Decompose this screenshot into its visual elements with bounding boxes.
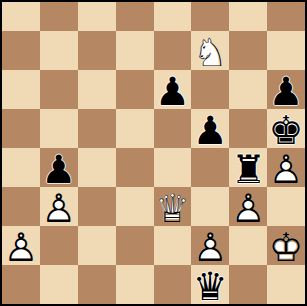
square-c2[interactable] [78, 226, 116, 265]
white-pawn-outline-glyph: ♙ [41, 189, 76, 228]
square-b5[interactable] [40, 109, 78, 148]
square-d3[interactable] [116, 187, 154, 226]
square-b2[interactable] [40, 226, 78, 265]
black-pawn-glyph: ♟ [193, 111, 228, 150]
square-f3[interactable] [191, 187, 229, 226]
square-h5[interactable]: ♚ [267, 109, 305, 148]
square-f2[interactable]: ♟♙ [191, 226, 229, 265]
square-b3[interactable]: ♟♙ [40, 187, 78, 226]
square-g3[interactable]: ♟♙ [229, 187, 267, 226]
square-c7[interactable] [78, 31, 116, 70]
square-f6[interactable] [191, 70, 229, 109]
white-knight-piece[interactable]: ♞♘ [191, 31, 229, 70]
square-f1[interactable]: ♛ [191, 265, 229, 304]
square-g2[interactable] [229, 226, 267, 265]
white-pawn-outline-glyph: ♙ [193, 228, 228, 267]
white-pawn-outline-glyph: ♙ [3, 228, 38, 267]
black-rook-piece[interactable]: ♜ [229, 148, 267, 187]
white-king-outline-glyph: ♔ [269, 228, 304, 267]
square-b4[interactable]: ♟ [40, 148, 78, 187]
square-c8[interactable] [78, 2, 116, 31]
black-pawn-glyph: ♟ [41, 150, 76, 189]
square-h3[interactable] [267, 187, 305, 226]
square-d4[interactable] [116, 148, 154, 187]
square-g4[interactable]: ♜ [229, 148, 267, 187]
white-pawn-piece[interactable]: ♟♙ [267, 148, 305, 187]
square-d5[interactable] [116, 109, 154, 148]
square-e4[interactable] [154, 148, 192, 187]
black-king-glyph: ♚ [269, 111, 304, 150]
white-queen-outline-glyph: ♕ [155, 189, 190, 228]
white-knight-outline-glyph: ♘ [193, 33, 228, 72]
square-h1[interactable] [267, 265, 305, 304]
square-d8[interactable] [116, 2, 154, 31]
square-e3[interactable]: ♛♕ [154, 187, 192, 226]
square-d2[interactable] [116, 226, 154, 265]
square-a5[interactable] [2, 109, 40, 148]
square-c6[interactable] [78, 70, 116, 109]
square-e7[interactable] [154, 31, 192, 70]
white-pawn-piece[interactable]: ♟♙ [191, 226, 229, 265]
black-pawn-piece[interactable]: ♟ [40, 148, 78, 187]
square-h6[interactable]: ♟ [267, 70, 305, 109]
square-d7[interactable] [116, 31, 154, 70]
square-e1[interactable] [154, 265, 192, 304]
square-h4[interactable]: ♟♙ [267, 148, 305, 187]
white-pawn-piece[interactable]: ♟♙ [2, 226, 40, 265]
square-g8[interactable] [229, 2, 267, 31]
black-queen-glyph: ♛ [193, 267, 228, 306]
square-e2[interactable] [154, 226, 192, 265]
square-d6[interactable] [116, 70, 154, 109]
square-c5[interactable] [78, 109, 116, 148]
black-queen-piece[interactable]: ♛ [191, 265, 229, 304]
square-e6[interactable]: ♟ [154, 70, 192, 109]
square-a1[interactable] [2, 265, 40, 304]
square-g6[interactable] [229, 70, 267, 109]
black-pawn-glyph: ♟ [269, 72, 304, 111]
white-pawn-piece[interactable]: ♟♙ [40, 187, 78, 226]
square-c4[interactable] [78, 148, 116, 187]
chess-board: ♞♘♟♟♟♚♟♜♟♙♟♙♛♕♟♙♟♙♟♙♚♔♛ [0, 0, 307, 306]
square-e5[interactable] [154, 109, 192, 148]
square-b7[interactable] [40, 31, 78, 70]
square-a4[interactable] [2, 148, 40, 187]
square-h8[interactable] [267, 2, 305, 31]
square-g7[interactable] [229, 31, 267, 70]
square-a7[interactable] [2, 31, 40, 70]
square-e8[interactable] [154, 2, 192, 31]
square-c3[interactable] [78, 187, 116, 226]
square-g5[interactable] [229, 109, 267, 148]
square-c1[interactable] [78, 265, 116, 304]
white-pawn-outline-glyph: ♙ [269, 150, 304, 189]
square-a8[interactable] [2, 2, 40, 31]
white-pawn-piece[interactable]: ♟♙ [229, 187, 267, 226]
white-pawn-outline-glyph: ♙ [231, 189, 266, 228]
black-pawn-piece[interactable]: ♟ [267, 70, 305, 109]
square-g1[interactable] [229, 265, 267, 304]
square-b1[interactable] [40, 265, 78, 304]
square-a3[interactable] [2, 187, 40, 226]
black-pawn-piece[interactable]: ♟ [154, 70, 192, 109]
square-d1[interactable] [116, 265, 154, 304]
white-king-piece[interactable]: ♚♔ [267, 226, 305, 265]
black-king-piece[interactable]: ♚ [267, 109, 305, 148]
square-b6[interactable] [40, 70, 78, 109]
square-h7[interactable] [267, 31, 305, 70]
square-f7[interactable]: ♞♘ [191, 31, 229, 70]
square-f5[interactable]: ♟ [191, 109, 229, 148]
square-h2[interactable]: ♚♔ [267, 226, 305, 265]
square-a6[interactable] [2, 70, 40, 109]
square-f4[interactable] [191, 148, 229, 187]
white-queen-piece[interactable]: ♛♕ [154, 187, 192, 226]
black-pawn-glyph: ♟ [155, 72, 190, 111]
square-a2[interactable]: ♟♙ [2, 226, 40, 265]
square-b8[interactable] [40, 2, 78, 31]
square-f8[interactable] [191, 2, 229, 31]
black-rook-glyph: ♜ [231, 150, 266, 189]
black-pawn-piece[interactable]: ♟ [191, 109, 229, 148]
